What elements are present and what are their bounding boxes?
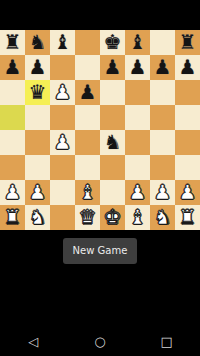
square-e1[interactable]: ♚ <box>100 205 125 230</box>
black-pawn: ♟ <box>179 57 197 77</box>
square-b5[interactable] <box>25 105 50 130</box>
white-pawn: ♟ <box>29 182 47 202</box>
chess-board: ♜♞♝♚♝♜♟♟♟♟♟♟♛♟♟♟♞♟♟♝♟♟♟♜♞♛♚♝♞♜ <box>0 30 200 230</box>
square-a3[interactable] <box>0 155 25 180</box>
white-bishop: ♝ <box>129 207 147 227</box>
square-d1[interactable]: ♛ <box>75 205 100 230</box>
square-e6[interactable] <box>100 80 125 105</box>
android-nav-bar: ◁ ○ □ <box>0 326 200 356</box>
square-h1[interactable]: ♜ <box>175 205 200 230</box>
square-g5[interactable] <box>150 105 175 130</box>
square-d2[interactable]: ♝ <box>75 180 100 205</box>
square-b3[interactable] <box>25 155 50 180</box>
square-c7[interactable] <box>50 55 75 80</box>
square-e3[interactable] <box>100 155 125 180</box>
square-c1[interactable] <box>50 205 75 230</box>
square-a4[interactable] <box>0 130 25 155</box>
square-h5[interactable] <box>175 105 200 130</box>
square-f5[interactable] <box>125 105 150 130</box>
square-f6[interactable] <box>125 80 150 105</box>
black-pawn: ♟ <box>129 57 147 77</box>
square-b4[interactable] <box>25 130 50 155</box>
black-knight: ♞ <box>29 32 47 52</box>
square-h7[interactable]: ♟ <box>175 55 200 80</box>
black-rook: ♜ <box>4 32 22 52</box>
black-bishop: ♝ <box>54 32 72 52</box>
square-d4[interactable] <box>75 130 100 155</box>
square-e4[interactable]: ♞ <box>100 130 125 155</box>
square-a5[interactable] <box>0 105 25 130</box>
square-d3[interactable] <box>75 155 100 180</box>
square-e7[interactable]: ♟ <box>100 55 125 80</box>
square-c3[interactable] <box>50 155 75 180</box>
square-d8[interactable] <box>75 30 100 55</box>
black-bishop: ♝ <box>129 32 147 52</box>
square-c2[interactable] <box>50 180 75 205</box>
white-queen: ♛ <box>79 207 97 227</box>
black-rook: ♜ <box>179 32 197 52</box>
square-g8[interactable] <box>150 30 175 55</box>
square-a8[interactable]: ♜ <box>0 30 25 55</box>
square-b1[interactable]: ♞ <box>25 205 50 230</box>
square-g4[interactable] <box>150 130 175 155</box>
white-king: ♚ <box>104 207 122 227</box>
square-f4[interactable] <box>125 130 150 155</box>
white-rook: ♜ <box>179 207 197 227</box>
square-e8[interactable]: ♚ <box>100 30 125 55</box>
square-a6[interactable] <box>0 80 25 105</box>
white-pawn: ♟ <box>154 182 172 202</box>
black-pawn: ♟ <box>29 57 47 77</box>
square-h6[interactable] <box>175 80 200 105</box>
home-icon[interactable]: ○ <box>90 335 110 348</box>
white-pawn: ♟ <box>54 82 72 102</box>
square-f1[interactable]: ♝ <box>125 205 150 230</box>
square-f7[interactable]: ♟ <box>125 55 150 80</box>
square-b6[interactable]: ♛ <box>25 80 50 105</box>
square-h2[interactable]: ♟ <box>175 180 200 205</box>
black-knight: ♞ <box>104 132 122 152</box>
new-game-button[interactable]: New Game <box>63 238 138 264</box>
white-pawn: ♟ <box>4 182 22 202</box>
square-g7[interactable]: ♟ <box>150 55 175 80</box>
white-pawn: ♟ <box>179 182 197 202</box>
square-h3[interactable] <box>175 155 200 180</box>
square-b8[interactable]: ♞ <box>25 30 50 55</box>
white-rook: ♜ <box>4 207 22 227</box>
white-knight: ♞ <box>29 207 47 227</box>
square-a2[interactable]: ♟ <box>0 180 25 205</box>
white-pawn: ♟ <box>129 182 147 202</box>
black-queen: ♛ <box>29 82 47 102</box>
square-d5[interactable] <box>75 105 100 130</box>
black-pawn: ♟ <box>104 57 122 77</box>
square-b7[interactable]: ♟ <box>25 55 50 80</box>
black-pawn: ♟ <box>154 57 172 77</box>
black-pawn: ♟ <box>4 57 22 77</box>
square-h8[interactable]: ♜ <box>175 30 200 55</box>
square-a1[interactable]: ♜ <box>0 205 25 230</box>
white-knight: ♞ <box>154 207 172 227</box>
square-f8[interactable]: ♝ <box>125 30 150 55</box>
square-f3[interactable] <box>125 155 150 180</box>
recents-icon[interactable]: □ <box>157 335 177 348</box>
square-e5[interactable] <box>100 105 125 130</box>
square-h4[interactable] <box>175 130 200 155</box>
square-f2[interactable]: ♟ <box>125 180 150 205</box>
square-d6[interactable]: ♟ <box>75 80 100 105</box>
square-g3[interactable] <box>150 155 175 180</box>
square-c6[interactable]: ♟ <box>50 80 75 105</box>
square-c4[interactable]: ♟ <box>50 130 75 155</box>
square-g1[interactable]: ♞ <box>150 205 175 230</box>
back-icon[interactable]: ◁ <box>23 335 43 348</box>
black-king: ♚ <box>104 32 122 52</box>
square-g6[interactable] <box>150 80 175 105</box>
square-c8[interactable]: ♝ <box>50 30 75 55</box>
square-c5[interactable] <box>50 105 75 130</box>
square-d7[interactable] <box>75 55 100 80</box>
square-e2[interactable] <box>100 180 125 205</box>
white-pawn: ♟ <box>54 132 72 152</box>
square-g2[interactable]: ♟ <box>150 180 175 205</box>
square-b2[interactable]: ♟ <box>25 180 50 205</box>
status-bar <box>0 0 200 30</box>
white-bishop: ♝ <box>79 182 97 202</box>
black-pawn: ♟ <box>79 82 97 102</box>
square-a7[interactable]: ♟ <box>0 55 25 80</box>
